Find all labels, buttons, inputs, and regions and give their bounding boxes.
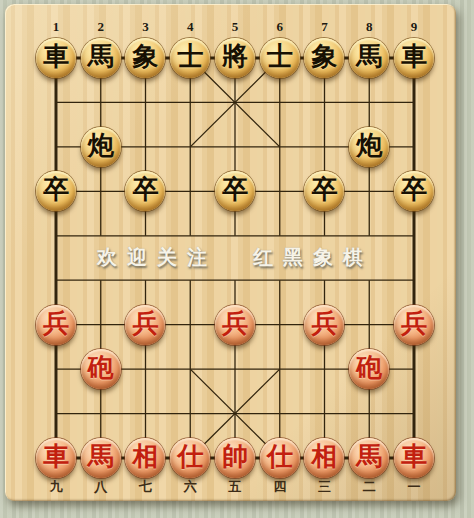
piece-glyph: 象 (132, 44, 158, 70)
piece-glyph: 將 (222, 44, 248, 70)
file-label-top: 2 (78, 17, 123, 37)
file-label-bottom: 五 (213, 477, 258, 497)
file-label-top: 9 (392, 17, 437, 37)
board-point: 象 (123, 36, 168, 80)
board-point: 兵 (302, 302, 347, 346)
file-label-bottom: 七 (123, 477, 168, 497)
piece-glyph: 卒 (132, 177, 158, 203)
piece-glyph: 車 (401, 444, 427, 470)
file-label-bottom: 九 (34, 477, 79, 497)
piece-black-advisor[interactable]: 士 (260, 38, 300, 78)
file-label-top: 7 (302, 17, 347, 37)
board-point: 車 (34, 36, 79, 80)
file-label-top: 3 (123, 17, 168, 37)
file-label-bottom: 一 (392, 477, 437, 497)
board-point: 馬 (347, 36, 392, 80)
board-point: 士 (257, 36, 302, 80)
piece-glyph: 仕 (267, 444, 293, 470)
board-point: 卒 (34, 169, 79, 213)
piece-red-soldier[interactable]: 兵 (215, 305, 255, 345)
board-point: 帥 (213, 436, 258, 480)
board-point: 卒 (392, 169, 437, 213)
piece-red-chariot[interactable]: 車 (36, 438, 76, 478)
file-label-bottom: 二 (347, 477, 392, 497)
board-point: 兵 (34, 302, 79, 346)
board-point: 炮 (347, 125, 392, 169)
piece-glyph: 象 (311, 44, 337, 70)
piece-black-soldier[interactable]: 卒 (215, 171, 255, 211)
piece-glyph: 兵 (43, 311, 69, 337)
piece-glyph: 砲 (356, 355, 382, 381)
piece-red-soldier[interactable]: 兵 (125, 305, 165, 345)
board-point: 相 (123, 436, 168, 480)
piece-red-cannon[interactable]: 砲 (349, 349, 389, 389)
piece-red-cannon[interactable]: 砲 (81, 349, 121, 389)
piece-glyph: 帥 (222, 444, 248, 470)
board-point: 將 (213, 36, 258, 80)
piece-red-advisor[interactable]: 仕 (260, 438, 300, 478)
file-label-bottom: 六 (168, 477, 213, 497)
piece-glyph: 卒 (222, 177, 248, 203)
file-label-top: 5 (213, 17, 258, 37)
file-label-top: 6 (257, 17, 302, 37)
piece-glyph: 卒 (401, 177, 427, 203)
file-label-bottom: 八 (78, 477, 123, 497)
piece-black-soldier[interactable]: 卒 (125, 171, 165, 211)
piece-red-soldier[interactable]: 兵 (36, 305, 76, 345)
pieces-grid: 車馬象士將士象馬車炮炮卒卒卒卒卒兵兵兵兵兵砲砲車馬相仕帥仕相馬車 (34, 36, 437, 480)
file-label-top: 8 (347, 17, 392, 37)
piece-red-horse[interactable]: 馬 (349, 438, 389, 478)
board-point: 兵 (392, 302, 437, 346)
board-point: 兵 (123, 302, 168, 346)
board-point: 士 (168, 36, 213, 80)
piece-red-advisor[interactable]: 仕 (170, 438, 210, 478)
piece-black-soldier[interactable]: 卒 (36, 171, 76, 211)
piece-black-chariot[interactable]: 車 (394, 38, 434, 78)
piece-glyph: 車 (401, 44, 427, 70)
board-point: 馬 (78, 36, 123, 80)
file-label-bottom: 三 (302, 477, 347, 497)
piece-red-general[interactable]: 帥 (215, 438, 255, 478)
piece-glyph: 兵 (311, 311, 337, 337)
piece-glyph: 車 (43, 444, 69, 470)
xiangqi-board: 123456789 欢迎关注 红黑象棋 車馬象士將士象馬車炮炮卒卒卒卒卒兵兵兵兵… (5, 4, 456, 501)
piece-black-elephant[interactable]: 象 (304, 38, 344, 78)
piece-red-soldier[interactable]: 兵 (394, 305, 434, 345)
piece-black-horse[interactable]: 馬 (81, 38, 121, 78)
board-point: 卒 (123, 169, 168, 213)
board-point: 馬 (78, 436, 123, 480)
board-point: 象 (302, 36, 347, 80)
piece-black-general[interactable]: 將 (215, 38, 255, 78)
piece-black-cannon[interactable]: 炮 (349, 127, 389, 167)
piece-black-advisor[interactable]: 士 (170, 38, 210, 78)
file-label-bottom: 四 (257, 477, 302, 497)
piece-red-horse[interactable]: 馬 (81, 438, 121, 478)
xiangqi-app: 123456789 欢迎关注 红黑象棋 車馬象士將士象馬車炮炮卒卒卒卒卒兵兵兵兵… (0, 0, 474, 518)
file-labels-top: 123456789 (34, 17, 437, 37)
piece-glyph: 馬 (356, 444, 382, 470)
board-point: 卒 (213, 169, 258, 213)
file-labels-bottom: 九八七六五四三二一 (34, 477, 437, 497)
piece-glyph: 車 (43, 44, 69, 70)
piece-red-soldier[interactable]: 兵 (304, 305, 344, 345)
piece-black-chariot[interactable]: 車 (36, 38, 76, 78)
board-point: 車 (392, 436, 437, 480)
piece-black-soldier[interactable]: 卒 (394, 171, 434, 211)
piece-glyph: 卒 (311, 177, 337, 203)
piece-glyph: 相 (311, 444, 337, 470)
piece-red-elephant[interactable]: 相 (125, 438, 165, 478)
piece-red-elephant[interactable]: 相 (304, 438, 344, 478)
piece-red-chariot[interactable]: 車 (394, 438, 434, 478)
piece-black-cannon[interactable]: 炮 (81, 127, 121, 167)
piece-glyph: 相 (132, 444, 158, 470)
piece-black-soldier[interactable]: 卒 (304, 171, 344, 211)
piece-glyph: 兵 (222, 311, 248, 337)
piece-glyph: 士 (267, 44, 293, 70)
board-point: 兵 (213, 302, 258, 346)
piece-glyph: 炮 (356, 133, 382, 159)
board-point: 砲 (78, 347, 123, 391)
piece-glyph: 兵 (132, 311, 158, 337)
board-point: 車 (34, 436, 79, 480)
piece-glyph: 馬 (356, 44, 382, 70)
piece-glyph: 卒 (43, 177, 69, 203)
piece-glyph: 砲 (88, 355, 114, 381)
piece-glyph: 馬 (88, 444, 114, 470)
board-point: 相 (302, 436, 347, 480)
piece-glyph: 士 (177, 44, 203, 70)
board-point: 仕 (257, 436, 302, 480)
piece-glyph: 仕 (177, 444, 203, 470)
board-point: 仕 (168, 436, 213, 480)
piece-glyph: 馬 (88, 44, 114, 70)
file-label-top: 4 (168, 17, 213, 37)
file-label-top: 1 (34, 17, 79, 37)
piece-glyph: 炮 (88, 133, 114, 159)
board-point: 車 (392, 36, 437, 80)
board-point: 砲 (347, 347, 392, 391)
piece-black-horse[interactable]: 馬 (349, 38, 389, 78)
board-point: 炮 (78, 125, 123, 169)
board-point: 卒 (302, 169, 347, 213)
piece-black-elephant[interactable]: 象 (125, 38, 165, 78)
piece-glyph: 兵 (401, 311, 427, 337)
board-point: 馬 (347, 436, 392, 480)
